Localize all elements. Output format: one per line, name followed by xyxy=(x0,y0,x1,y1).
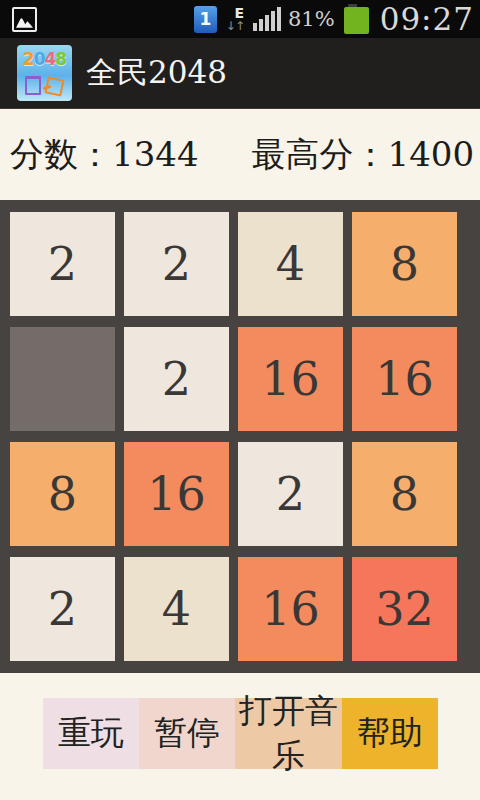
sim-card-icon: 1 xyxy=(194,6,217,33)
status-clock: 09:27 xyxy=(380,1,474,37)
app-icon-doodle xyxy=(25,76,41,95)
music-toggle-button[interactable]: 打开音乐 xyxy=(235,698,342,769)
battery-icon xyxy=(344,4,369,34)
score-bar: 分数：1344 最高分：1400 xyxy=(0,109,480,200)
network-type-label: E xyxy=(234,6,244,20)
best-score: 最高分：1400 xyxy=(252,132,475,178)
tile-4: 4 xyxy=(238,212,343,316)
tile-8: 8 xyxy=(352,212,457,316)
best-label: 最高分： xyxy=(252,134,388,174)
tile-2: 2 xyxy=(10,557,115,661)
tile-2: 2 xyxy=(10,212,115,316)
tile-16: 16 xyxy=(352,327,457,431)
status-bar: 1 E ↓↑ 81% 09:27 xyxy=(0,0,480,38)
empty-cell xyxy=(10,327,115,431)
tile-32: 32 xyxy=(352,557,457,661)
restart-button[interactable]: 重玩 xyxy=(43,698,139,769)
tile-2: 2 xyxy=(238,442,343,546)
tile-2: 2 xyxy=(124,212,229,316)
current-score: 分数：1344 xyxy=(10,132,199,178)
sim-number: 1 xyxy=(199,9,211,29)
app-icon-2048-text: 2048 xyxy=(17,49,72,69)
help-button[interactable]: 帮助 xyxy=(342,698,438,769)
gallery-notification-icon xyxy=(12,7,37,32)
app-icon: 2048 xyxy=(17,45,72,101)
data-transfer-arrows-icon: ↓↑ xyxy=(226,20,244,32)
tile-16: 16 xyxy=(238,327,343,431)
app-title: 全民2048 xyxy=(86,52,227,94)
phone-screen: 1 E ↓↑ 81% 09:27 2048 全民2048 分数：134 xyxy=(0,0,480,800)
tile-grid: 22482161681628241632 xyxy=(10,212,457,661)
tile-16: 16 xyxy=(238,557,343,661)
tile-8: 8 xyxy=(10,442,115,546)
score-value: 1344 xyxy=(112,134,199,174)
game-board[interactable]: 22482161681628241632 xyxy=(0,200,480,673)
title-bar: 2048 全民2048 xyxy=(0,38,480,109)
edge-network-icon: E ↓↑ xyxy=(226,6,244,32)
pause-button[interactable]: 暂停 xyxy=(139,698,235,769)
score-label: 分数： xyxy=(10,134,112,174)
tile-8: 8 xyxy=(352,442,457,546)
button-bar: 重玩暂停打开音乐帮助 xyxy=(43,698,438,769)
signal-strength-icon xyxy=(253,7,281,31)
best-value: 1400 xyxy=(388,134,475,174)
tile-2: 2 xyxy=(124,327,229,431)
battery-percent-label: 81% xyxy=(288,7,335,31)
tile-4: 4 xyxy=(124,557,229,661)
tile-16: 16 xyxy=(124,442,229,546)
